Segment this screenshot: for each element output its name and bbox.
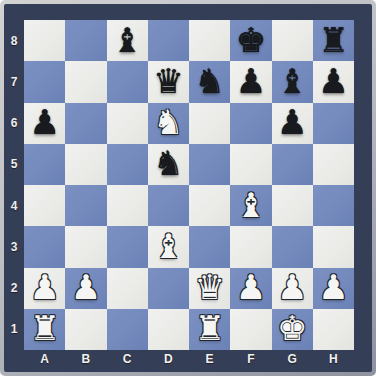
square-h6[interactable] xyxy=(313,103,354,144)
square-b6[interactable] xyxy=(65,103,106,144)
square-f5[interactable] xyxy=(230,144,271,185)
square-d7[interactable]: ♛ xyxy=(148,61,189,102)
square-f3[interactable] xyxy=(230,226,271,267)
square-g5[interactable] xyxy=(272,144,313,185)
square-a6[interactable]: ♟ xyxy=(24,103,65,144)
square-f8[interactable]: ♚ xyxy=(230,20,271,61)
square-c7[interactable] xyxy=(107,61,148,102)
square-c3[interactable] xyxy=(107,226,148,267)
square-e4[interactable] xyxy=(189,185,230,226)
white-knight[interactable]: ♞ xyxy=(153,105,183,139)
square-g6[interactable]: ♟ xyxy=(272,103,313,144)
white-rook[interactable]: ♜ xyxy=(29,311,59,345)
rank-labels: 87654321 xyxy=(4,20,24,350)
square-h8[interactable]: ♜ xyxy=(313,20,354,61)
square-b1[interactable] xyxy=(65,309,106,350)
square-a8[interactable] xyxy=(24,20,65,61)
square-d3[interactable]: ♝ xyxy=(148,226,189,267)
white-rook[interactable]: ♜ xyxy=(194,311,224,345)
square-a1[interactable]: ♜ xyxy=(24,309,65,350)
file-label-h: H xyxy=(313,350,354,372)
square-d1[interactable] xyxy=(148,309,189,350)
square-c5[interactable] xyxy=(107,144,148,185)
rank-label-3: 3 xyxy=(4,226,24,267)
square-h4[interactable] xyxy=(313,185,354,226)
square-e2[interactable]: ♛ xyxy=(189,268,230,309)
square-f6[interactable] xyxy=(230,103,271,144)
square-d6[interactable]: ♞ xyxy=(148,103,189,144)
square-g2[interactable]: ♟ xyxy=(272,268,313,309)
square-f2[interactable]: ♟ xyxy=(230,268,271,309)
square-c4[interactable] xyxy=(107,185,148,226)
chess-board: ♝♚♜♛♞♟♝♟♟♞♟♞♝♝♟♟♛♟♟♟♜♜♚ xyxy=(24,20,354,350)
file-label-d: D xyxy=(148,350,189,372)
file-labels: ABCDEFGH xyxy=(24,350,354,372)
square-b5[interactable] xyxy=(65,144,106,185)
black-pawn[interactable]: ♟ xyxy=(236,64,266,98)
rank-label-1: 1 xyxy=(4,309,24,350)
square-h2[interactable]: ♟ xyxy=(313,268,354,309)
black-pawn[interactable]: ♟ xyxy=(318,64,348,98)
square-c1[interactable] xyxy=(107,309,148,350)
file-label-g: G xyxy=(272,350,313,372)
white-pawn[interactable]: ♟ xyxy=(318,270,348,304)
square-a7[interactable] xyxy=(24,61,65,102)
square-g4[interactable] xyxy=(272,185,313,226)
square-g8[interactable] xyxy=(272,20,313,61)
square-e5[interactable] xyxy=(189,144,230,185)
rank-label-7: 7 xyxy=(4,61,24,102)
black-knight[interactable]: ♞ xyxy=(153,146,183,180)
white-pawn[interactable]: ♟ xyxy=(236,270,266,304)
square-e8[interactable] xyxy=(189,20,230,61)
square-e3[interactable] xyxy=(189,226,230,267)
square-h5[interactable] xyxy=(313,144,354,185)
square-d2[interactable] xyxy=(148,268,189,309)
square-c6[interactable] xyxy=(107,103,148,144)
board-border: 87654321 ♝♚♜♛♞♟♝♟♟♞♟♞♝♝♟♟♛♟♟♟♜♜♚ ABCDEFG… xyxy=(4,4,372,372)
file-label-c: C xyxy=(107,350,148,372)
rank-label-5: 5 xyxy=(4,144,24,185)
chess-board-frame: 87654321 ♝♚♜♛♞♟♝♟♟♞♟♞♝♝♟♟♛♟♟♟♜♜♚ ABCDEFG… xyxy=(0,0,376,376)
file-label-f: F xyxy=(230,350,271,372)
square-d4[interactable] xyxy=(148,185,189,226)
black-pawn[interactable]: ♟ xyxy=(277,105,307,139)
square-c8[interactable]: ♝ xyxy=(107,20,148,61)
square-d5[interactable]: ♞ xyxy=(148,144,189,185)
white-king[interactable]: ♚ xyxy=(277,311,307,345)
square-g7[interactable]: ♝ xyxy=(272,61,313,102)
black-queen[interactable]: ♛ xyxy=(153,64,183,98)
black-bishop[interactable]: ♝ xyxy=(112,23,142,57)
square-e6[interactable] xyxy=(189,103,230,144)
square-g3[interactable] xyxy=(272,226,313,267)
square-f1[interactable] xyxy=(230,309,271,350)
white-pawn[interactable]: ♟ xyxy=(71,270,101,304)
white-queen[interactable]: ♛ xyxy=(194,270,224,304)
black-king[interactable]: ♚ xyxy=(236,23,266,57)
square-e1[interactable]: ♜ xyxy=(189,309,230,350)
square-g1[interactable]: ♚ xyxy=(272,309,313,350)
square-a4[interactable] xyxy=(24,185,65,226)
square-a2[interactable]: ♟ xyxy=(24,268,65,309)
white-bishop[interactable]: ♝ xyxy=(236,188,266,222)
square-h1[interactable] xyxy=(313,309,354,350)
file-label-e: E xyxy=(189,350,230,372)
black-pawn[interactable]: ♟ xyxy=(29,105,59,139)
square-a5[interactable] xyxy=(24,144,65,185)
square-b8[interactable] xyxy=(65,20,106,61)
white-pawn[interactable]: ♟ xyxy=(29,270,59,304)
rank-label-6: 6 xyxy=(4,103,24,144)
square-b3[interactable] xyxy=(65,226,106,267)
square-b4[interactable] xyxy=(65,185,106,226)
file-label-b: B xyxy=(65,350,106,372)
square-e7[interactable]: ♞ xyxy=(189,61,230,102)
file-label-a: A xyxy=(24,350,65,372)
white-pawn[interactable]: ♟ xyxy=(277,270,307,304)
square-f4[interactable]: ♝ xyxy=(230,185,271,226)
square-f7[interactable]: ♟ xyxy=(230,61,271,102)
square-a3[interactable] xyxy=(24,226,65,267)
square-h3[interactable] xyxy=(313,226,354,267)
square-h7[interactable]: ♟ xyxy=(313,61,354,102)
square-c2[interactable] xyxy=(107,268,148,309)
black-knight[interactable]: ♞ xyxy=(194,64,224,98)
black-rook[interactable]: ♜ xyxy=(318,23,348,57)
black-bishop[interactable]: ♝ xyxy=(277,64,307,98)
white-bishop[interactable]: ♝ xyxy=(153,229,183,263)
square-d8[interactable] xyxy=(148,20,189,61)
rank-label-8: 8 xyxy=(4,20,24,61)
square-b7[interactable] xyxy=(65,61,106,102)
rank-label-4: 4 xyxy=(4,185,24,226)
square-b2[interactable]: ♟ xyxy=(65,268,106,309)
rank-label-2: 2 xyxy=(4,268,24,309)
